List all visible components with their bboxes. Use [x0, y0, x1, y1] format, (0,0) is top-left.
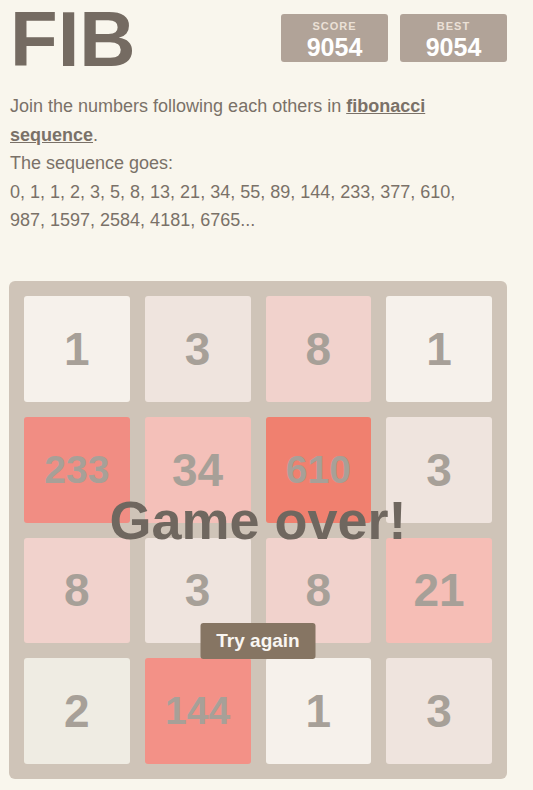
intro-after-link: .	[93, 125, 98, 145]
sequence-line2: 987, 1597, 2584, 4181, 6765...	[10, 210, 255, 230]
sequence-intro: The sequence goes:	[10, 149, 510, 178]
gameover-overlay: Game over! Try again	[9, 281, 507, 779]
score-value: 9054	[281, 33, 388, 62]
try-again-button[interactable]: Try again	[201, 623, 316, 659]
page: FIB SCORE 9054 BEST 9054 Join the number…	[0, 0, 533, 790]
intro-before-link: Join the numbers following each others i…	[10, 96, 346, 116]
best-box: BEST 9054	[400, 14, 507, 62]
app-title: FIB	[10, 0, 136, 78]
score-label: SCORE	[281, 20, 388, 32]
sequence-values: 0, 1, 1, 2, 3, 5, 8, 13, 21, 34, 55, 89,…	[10, 178, 510, 235]
sequence-line1: 0, 1, 1, 2, 3, 5, 8, 13, 21, 34, 55, 89,…	[10, 182, 455, 202]
best-label: BEST	[400, 20, 507, 32]
game-board: 138123334610383821214413 Game over! Try …	[9, 281, 507, 779]
score-box: SCORE 9054	[281, 14, 388, 62]
best-value: 9054	[400, 33, 507, 62]
intro-text: Join the numbers following each others i…	[10, 92, 510, 235]
link-line1: fibonacci	[346, 96, 425, 116]
link-line2: sequence	[10, 125, 93, 145]
gameover-title: Game over!	[9, 493, 507, 547]
intro-sentence: Join the numbers following each others i…	[10, 92, 510, 149]
